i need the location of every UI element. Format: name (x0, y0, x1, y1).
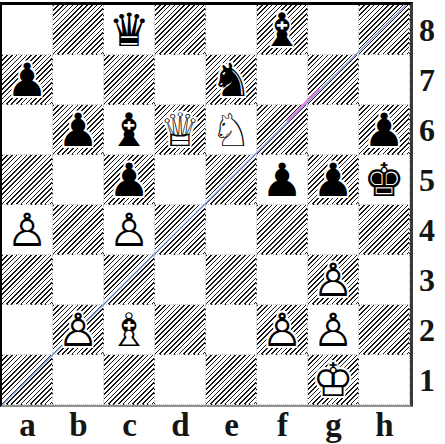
square-d2[interactable] (155, 305, 206, 355)
square-c2[interactable]: ♝♗ (104, 305, 155, 355)
square-h2[interactable] (359, 305, 410, 355)
white-pawn[interactable]: ♟♙ (308, 305, 358, 354)
square-c4[interactable]: ♟♙ (104, 205, 155, 255)
square-f5[interactable]: ♟ (257, 155, 308, 205)
file-label-e: e (206, 407, 257, 444)
file-label-c: c (104, 407, 155, 444)
white-piece-outline: ♙ (312, 305, 353, 355)
white-pawn[interactable]: ♟♙ (257, 305, 307, 354)
board-frame: ♛♝♟♞♟♝♛♕♞♘♟♟♟♟♚♟♙♟♙♟♙♟♙♝♗♟♙♟♙♚♔ (0, 2, 413, 407)
square-c6[interactable]: ♝ (104, 105, 155, 155)
file-label-f: f (257, 407, 308, 444)
square-g1[interactable]: ♚♔ (308, 355, 359, 405)
white-piece-outline: ♕ (159, 105, 200, 155)
black-piece-glyph: ♛ (108, 5, 149, 55)
rank-label-6: 6 (411, 105, 443, 155)
square-h8[interactable] (359, 5, 410, 55)
square-d8[interactable] (155, 5, 206, 55)
black-piece-glyph: ♝ (108, 105, 149, 155)
square-g8[interactable] (308, 5, 359, 55)
square-h3[interactable] (359, 255, 410, 305)
square-g3[interactable]: ♟♙ (308, 255, 359, 305)
white-piece-outline: ♙ (108, 205, 149, 255)
white-queen[interactable]: ♛♕ (155, 105, 205, 154)
square-c8[interactable]: ♛ (104, 5, 155, 55)
square-d7[interactable] (155, 55, 206, 105)
square-g7[interactable] (308, 55, 359, 105)
black-bishop[interactable]: ♝ (104, 105, 154, 154)
square-b7[interactable] (53, 55, 104, 105)
white-piece-outline: ♙ (57, 305, 98, 355)
white-piece-outline: ♔ (312, 355, 353, 405)
black-pawn[interactable]: ♟ (308, 155, 358, 204)
black-piece-glyph: ♟ (57, 105, 98, 155)
file-coordinates: abcdefgh (2, 407, 410, 444)
rank-label-7: 7 (411, 55, 443, 105)
white-piece-outline: ♙ (312, 255, 353, 305)
square-a1[interactable] (2, 355, 53, 405)
square-a6[interactable] (2, 105, 53, 155)
white-pawn[interactable]: ♟♙ (2, 205, 52, 254)
square-a3[interactable] (2, 255, 53, 305)
black-piece-glyph: ♞ (210, 55, 251, 105)
square-c7[interactable] (104, 55, 155, 105)
white-piece-outline: ♗ (108, 305, 149, 355)
white-piece-outline: ♙ (261, 305, 302, 355)
square-f6[interactable] (257, 105, 308, 155)
square-c1[interactable] (104, 355, 155, 405)
rank-label-1: 1 (411, 355, 443, 405)
white-bishop[interactable]: ♝♗ (104, 305, 154, 354)
board: ♛♝♟♞♟♝♛♕♞♘♟♟♟♟♚♟♙♟♙♟♙♟♙♝♗♟♙♟♙♚♔ (2, 5, 410, 405)
square-a8[interactable] (2, 5, 53, 55)
square-h5[interactable]: ♚ (359, 155, 410, 205)
square-f1[interactable] (257, 355, 308, 405)
white-pawn[interactable]: ♟♙ (104, 205, 154, 254)
square-f4[interactable] (257, 205, 308, 255)
file-label-b: b (53, 407, 104, 444)
square-f8[interactable]: ♝ (257, 5, 308, 55)
rank-label-2: 2 (411, 305, 443, 355)
black-piece-glyph: ♟ (6, 55, 47, 105)
black-pawn[interactable]: ♟ (2, 55, 52, 104)
square-b1[interactable] (53, 355, 104, 405)
white-piece-outline: ♙ (6, 205, 47, 255)
file-label-h: h (359, 407, 410, 444)
file-label-d: d (155, 407, 206, 444)
square-e5[interactable] (206, 155, 257, 205)
square-e1[interactable] (206, 355, 257, 405)
square-a2[interactable] (2, 305, 53, 355)
black-piece-glyph: ♟ (312, 155, 353, 205)
rank-label-8: 8 (411, 5, 443, 55)
square-e8[interactable] (206, 5, 257, 55)
square-b4[interactable] (53, 205, 104, 255)
square-d5[interactable] (155, 155, 206, 205)
square-b5[interactable] (53, 155, 104, 205)
square-c5[interactable]: ♟ (104, 155, 155, 205)
black-piece-glyph: ♟ (108, 155, 149, 205)
square-a7[interactable]: ♟ (2, 55, 53, 105)
chess-diagram-page: ♛♝♟♞♟♝♛♕♞♘♟♟♟♟♚♟♙♟♙♟♙♟♙♝♗♟♙♟♙♚♔ 87654321… (0, 0, 445, 444)
black-pawn[interactable]: ♟ (257, 155, 307, 204)
white-pawn[interactable]: ♟♙ (53, 305, 103, 354)
square-e7[interactable]: ♞ (206, 55, 257, 105)
file-label-g: g (308, 407, 359, 444)
square-g5[interactable]: ♟ (308, 155, 359, 205)
square-d4[interactable] (155, 205, 206, 255)
black-knight[interactable]: ♞ (206, 55, 256, 104)
white-king[interactable]: ♚♔ (308, 355, 358, 404)
square-h7[interactable] (359, 55, 410, 105)
square-e6[interactable]: ♞♘ (206, 105, 257, 155)
rank-label-4: 4 (411, 205, 443, 255)
black-pawn[interactable]: ♟ (359, 105, 409, 154)
square-e3[interactable] (206, 255, 257, 305)
black-bishop[interactable]: ♝ (257, 5, 307, 54)
file-label-a: a (2, 407, 53, 444)
white-pawn[interactable]: ♟♙ (308, 255, 358, 304)
black-piece-glyph: ♟ (363, 105, 404, 155)
square-b6[interactable]: ♟ (53, 105, 104, 155)
square-d3[interactable] (155, 255, 206, 305)
black-piece-glyph: ♟ (261, 155, 302, 205)
square-h1[interactable] (359, 355, 410, 405)
square-f3[interactable] (257, 255, 308, 305)
black-piece-glyph: ♚ (363, 155, 404, 205)
square-f2[interactable]: ♟♙ (257, 305, 308, 355)
square-g4[interactable] (308, 205, 359, 255)
square-f7[interactable] (257, 55, 308, 105)
rank-coordinates: 87654321 (411, 5, 443, 405)
square-g2[interactable]: ♟♙ (308, 305, 359, 355)
black-king[interactable]: ♚ (359, 155, 409, 204)
white-knight[interactable]: ♞♘ (206, 105, 256, 154)
black-pawn[interactable]: ♟ (53, 105, 103, 154)
square-b3[interactable] (53, 255, 104, 305)
square-d6[interactable]: ♛♕ (155, 105, 206, 155)
square-h4[interactable] (359, 205, 410, 255)
square-d1[interactable] (155, 355, 206, 405)
square-e4[interactable] (206, 205, 257, 255)
white-piece-outline: ♘ (210, 105, 251, 155)
square-g6[interactable] (308, 105, 359, 155)
square-c3[interactable] (104, 255, 155, 305)
black-pawn[interactable]: ♟ (104, 155, 154, 204)
square-h6[interactable]: ♟ (359, 105, 410, 155)
square-b8[interactable] (53, 5, 104, 55)
rank-label-5: 5 (411, 155, 443, 205)
square-e2[interactable] (206, 305, 257, 355)
black-piece-glyph: ♝ (261, 5, 302, 55)
square-b2[interactable]: ♟♙ (53, 305, 104, 355)
square-a4[interactable]: ♟♙ (2, 205, 53, 255)
rank-label-3: 3 (411, 255, 443, 305)
square-a5[interactable] (2, 155, 53, 205)
black-queen[interactable]: ♛ (104, 5, 154, 54)
